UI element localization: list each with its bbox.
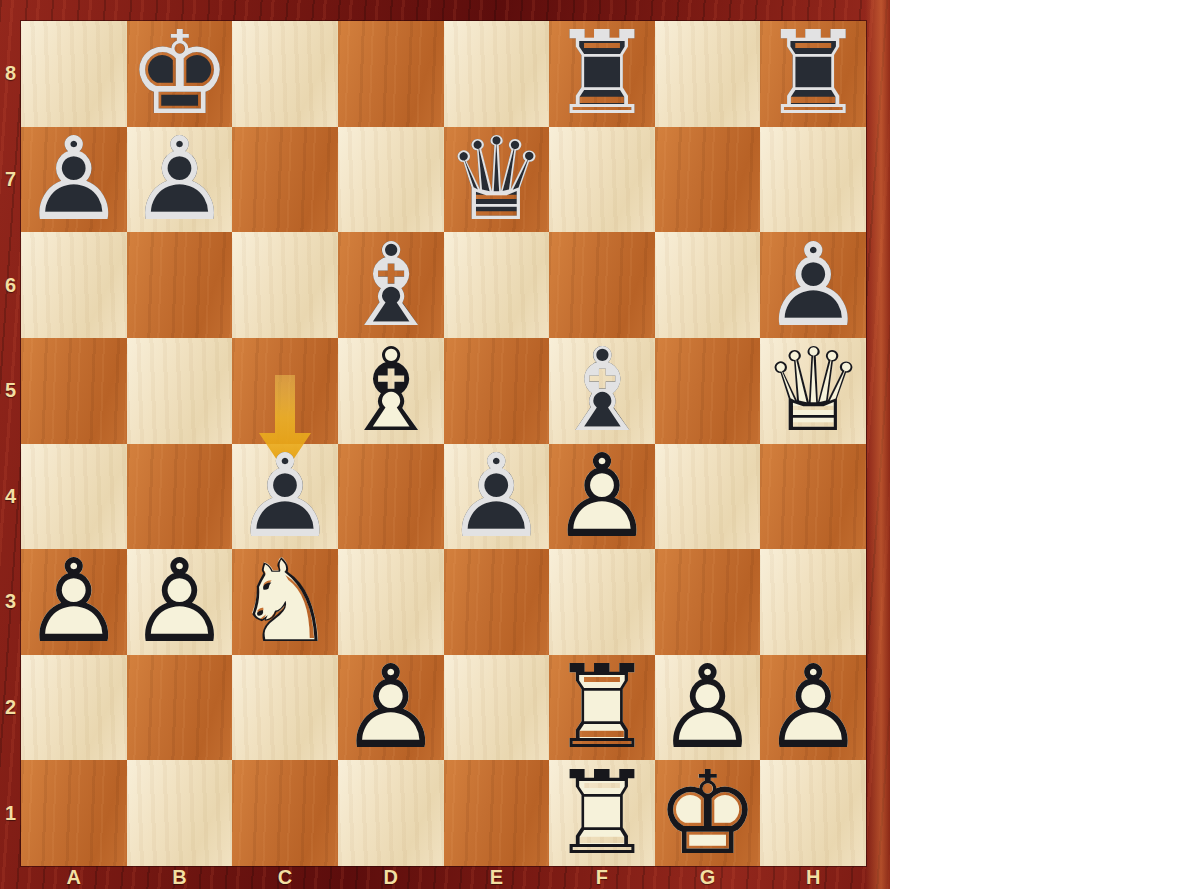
square-f3[interactable] [549,549,655,655]
file-label-c: C [232,865,338,888]
square-b8[interactable]: ♚♔ [127,21,233,127]
black-pawn-outline: ♙ [760,232,866,338]
black-pawn-outline: ♙ [444,444,550,550]
piece-white-king-g1[interactable]: ♚♔ [655,760,761,866]
square-e1[interactable] [444,760,550,866]
square-h8[interactable]: ♜♖ [760,21,866,127]
piece-white-pawn-h2[interactable]: ♟♙ [760,655,866,761]
square-b6[interactable] [127,232,233,338]
black-rook-outline: ♖ [760,21,866,127]
rank-label-4: 4 [0,444,21,550]
square-g6[interactable] [655,232,761,338]
file-label-f: F [549,865,655,888]
square-h3[interactable] [760,549,866,655]
rank-label-2: 2 [0,655,21,761]
piece-white-rook-f2[interactable]: ♜♖ [549,655,655,761]
square-a6[interactable] [21,232,127,338]
square-b1[interactable] [127,760,233,866]
piece-white-knight-c3[interactable]: ♞♘ [232,549,338,655]
piece-black-bishop-d6[interactable]: ♝♗ [338,232,444,338]
square-a2[interactable] [21,655,127,761]
square-b2[interactable] [127,655,233,761]
square-c3[interactable]: ♞♘ [232,549,338,655]
square-e2[interactable] [444,655,550,761]
square-a1[interactable] [21,760,127,866]
square-f1[interactable]: ♜♖ [549,760,655,866]
square-c7[interactable] [232,127,338,233]
rank-label-7: 7 [0,127,21,233]
square-a4[interactable] [21,444,127,550]
black-bishop-outline: ♗ [549,338,655,444]
square-g3[interactable] [655,549,761,655]
white-pawn-outline: ♙ [549,444,655,550]
piece-black-pawn-e4[interactable]: ♟♙ [444,444,550,550]
square-d7[interactable] [338,127,444,233]
square-c5[interactable] [232,338,338,444]
black-king-outline: ♔ [127,21,233,127]
piece-black-bishop-f5[interactable]: ♝♗ [549,338,655,444]
square-g5[interactable] [655,338,761,444]
square-f2[interactable]: ♜♖ [549,655,655,761]
file-label-d: D [338,865,444,888]
rank-label-1: 1 [0,760,21,866]
file-label-e: E [444,865,550,888]
black-rook-outline: ♖ [549,21,655,127]
square-g7[interactable] [655,127,761,233]
rank-label-8: 8 [0,21,21,127]
piece-white-rook-f1[interactable]: ♜♖ [549,760,655,866]
piece-black-king-b8[interactable]: ♚♔ [127,21,233,127]
square-c2[interactable] [232,655,338,761]
white-pawn-outline: ♙ [127,549,233,655]
square-e5[interactable] [444,338,550,444]
square-e6[interactable] [444,232,550,338]
piece-black-pawn-b7[interactable]: ♟♙ [127,127,233,233]
chess-board: ♚♔♜♖♜♖♟♙♟♙♛♕♝♗♟♙♝♗♝♗♛♕♟♙♟♙♟♙♟♙♟♙♞♘♟♙♜♖♟♙… [21,21,866,866]
square-d1[interactable] [338,760,444,866]
piece-white-pawn-f4[interactable]: ♟♙ [549,444,655,550]
square-f7[interactable] [549,127,655,233]
square-a7[interactable]: ♟♙ [21,127,127,233]
white-rook-outline: ♖ [549,760,655,866]
square-g1[interactable]: ♚♔ [655,760,761,866]
square-e8[interactable] [444,21,550,127]
piece-white-pawn-g2[interactable]: ♟♙ [655,655,761,761]
square-c4[interactable]: ♟♙ [232,444,338,550]
rank-label-6: 6 [0,232,21,338]
square-c8[interactable] [232,21,338,127]
square-g8[interactable] [655,21,761,127]
white-queen-outline: ♕ [760,338,866,444]
rank-label-5: 5 [0,338,21,444]
square-h5[interactable]: ♛♕ [760,338,866,444]
white-pawn-outline: ♙ [760,655,866,761]
white-pawn-outline: ♙ [655,655,761,761]
square-e7[interactable]: ♛♕ [444,127,550,233]
piece-white-pawn-b3[interactable]: ♟♙ [127,549,233,655]
piece-black-queen-e7[interactable]: ♛♕ [444,127,550,233]
piece-black-rook-h8[interactable]: ♜♖ [760,21,866,127]
square-f8[interactable]: ♜♖ [549,21,655,127]
piece-black-rook-f8[interactable]: ♜♖ [549,21,655,127]
square-a3[interactable]: ♟♙ [21,549,127,655]
square-d3[interactable] [338,549,444,655]
white-rook-outline: ♖ [549,655,655,761]
square-g2[interactable]: ♟♙ [655,655,761,761]
file-label-b: B [127,865,233,888]
white-knight-outline: ♘ [232,549,338,655]
piece-white-pawn-d2[interactable]: ♟♙ [338,655,444,761]
square-h7[interactable] [760,127,866,233]
piece-black-pawn-c4[interactable]: ♟♙ [232,444,338,550]
black-pawn-outline: ♙ [127,127,233,233]
square-d6[interactable]: ♝♗ [338,232,444,338]
square-e3[interactable] [444,549,550,655]
square-b5[interactable] [127,338,233,444]
square-h4[interactable] [760,444,866,550]
piece-white-bishop-d5[interactable]: ♝♗ [338,338,444,444]
white-king-outline: ♔ [655,760,761,866]
piece-black-pawn-a7[interactable]: ♟♙ [21,127,127,233]
white-bishop-outline: ♗ [338,338,444,444]
piece-black-pawn-h6[interactable]: ♟♙ [760,232,866,338]
square-d2[interactable]: ♟♙ [338,655,444,761]
white-pawn-outline: ♙ [21,549,127,655]
square-c6[interactable] [232,232,338,338]
square-f6[interactable] [549,232,655,338]
black-queen-outline: ♕ [444,127,550,233]
black-pawn-outline: ♙ [232,444,338,550]
square-h2[interactable]: ♟♙ [760,655,866,761]
file-label-g: G [655,865,761,888]
piece-white-pawn-a3[interactable]: ♟♙ [21,549,127,655]
square-d8[interactable] [338,21,444,127]
square-f5[interactable]: ♝♗ [549,338,655,444]
square-b4[interactable] [127,444,233,550]
square-d4[interactable] [338,444,444,550]
piece-white-queen-h5[interactable]: ♛♕ [760,338,866,444]
square-d5[interactable]: ♝♗ [338,338,444,444]
square-b3[interactable]: ♟♙ [127,549,233,655]
rank-label-3: 3 [0,549,21,655]
file-label-a: A [21,865,127,888]
black-pawn-outline: ♙ [21,127,127,233]
square-g4[interactable] [655,444,761,550]
white-pawn-outline: ♙ [338,655,444,761]
square-c1[interactable] [232,760,338,866]
square-h1[interactable] [760,760,866,866]
square-e4[interactable]: ♟♙ [444,444,550,550]
square-a8[interactable] [21,21,127,127]
square-f4[interactable]: ♟♙ [549,444,655,550]
square-h6[interactable]: ♟♙ [760,232,866,338]
black-bishop-outline: ♗ [338,232,444,338]
square-b7[interactable]: ♟♙ [127,127,233,233]
board-frame: ♚♔♜♖♜♖♟♙♟♙♛♕♝♗♟♙♝♗♝♗♛♕♟♙♟♙♟♙♟♙♟♙♞♘♟♙♜♖♟♙… [0,0,890,889]
file-label-h: H [760,865,866,888]
square-a5[interactable] [21,338,127,444]
